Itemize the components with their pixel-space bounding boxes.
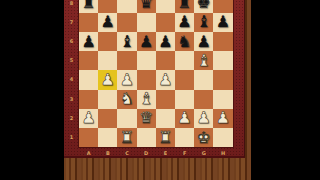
square-c2[interactable] xyxy=(117,109,136,128)
rank-label-8: 8 xyxy=(64,0,79,13)
square-a6[interactable]: ♟ xyxy=(79,32,98,51)
square-c6[interactable]: ♝ xyxy=(117,32,136,51)
rank-label-1: 1 xyxy=(64,128,79,147)
black-bishop[interactable]: ♝ xyxy=(197,14,211,30)
rank-label-2: 2 xyxy=(64,109,79,128)
black-pawn[interactable]: ♟ xyxy=(197,33,211,49)
square-g3[interactable] xyxy=(194,90,213,109)
file-label-b: B xyxy=(98,149,117,158)
square-f7[interactable]: ♟ xyxy=(175,13,194,32)
square-g7[interactable]: ♝ xyxy=(194,13,213,32)
white-knight[interactable]: ♞ xyxy=(120,91,134,107)
square-f8[interactable]: ♜ xyxy=(175,0,194,13)
file-label-d: D xyxy=(137,149,156,158)
square-f5[interactable] xyxy=(175,51,194,70)
square-b5[interactable] xyxy=(98,51,117,70)
square-f1[interactable] xyxy=(175,128,194,147)
white-king[interactable]: ♚ xyxy=(197,129,211,145)
square-e5[interactable] xyxy=(156,51,175,70)
square-g6[interactable]: ♟ xyxy=(194,32,213,51)
black-pawn[interactable]: ♟ xyxy=(158,33,172,49)
white-pawn[interactable]: ♟ xyxy=(101,71,115,87)
square-f4[interactable] xyxy=(175,70,194,89)
black-bishop[interactable]: ♝ xyxy=(120,33,134,49)
square-e7[interactable] xyxy=(156,13,175,32)
square-f3[interactable] xyxy=(175,90,194,109)
black-queen[interactable]: ♛ xyxy=(139,0,153,11)
black-knight[interactable]: ♞ xyxy=(177,33,191,49)
square-d5[interactable] xyxy=(137,51,156,70)
square-e1[interactable]: ♜ xyxy=(156,128,175,147)
white-pawn[interactable]: ♟ xyxy=(177,110,191,126)
white-bishop[interactable]: ♝ xyxy=(197,52,211,68)
square-b1[interactable] xyxy=(98,128,117,147)
square-b3[interactable] xyxy=(98,90,117,109)
square-a8[interactable]: ♜ xyxy=(79,0,98,13)
square-b8[interactable] xyxy=(98,0,117,13)
square-b4[interactable]: ♟ xyxy=(98,70,117,89)
black-pawn[interactable]: ♟ xyxy=(101,14,115,30)
square-e4[interactable]: ♟ xyxy=(156,70,175,89)
square-a1[interactable] xyxy=(79,128,98,147)
square-e2[interactable] xyxy=(156,109,175,128)
white-pawn[interactable]: ♟ xyxy=(81,110,95,126)
square-a5[interactable] xyxy=(79,51,98,70)
square-d7[interactable] xyxy=(137,13,156,32)
square-d8[interactable]: ♛ xyxy=(137,0,156,13)
square-d6[interactable]: ♟ xyxy=(137,32,156,51)
square-c3[interactable]: ♞ xyxy=(117,90,136,109)
square-h6[interactable] xyxy=(213,32,232,51)
file-label-h: H xyxy=(213,149,232,158)
rank-label-3: 3 xyxy=(64,90,79,109)
square-h4[interactable] xyxy=(213,70,232,89)
black-pawn[interactable]: ♟ xyxy=(177,14,191,30)
white-rook[interactable]: ♜ xyxy=(120,129,134,145)
square-g4[interactable] xyxy=(194,70,213,89)
white-rook[interactable]: ♜ xyxy=(158,129,172,145)
square-h5[interactable] xyxy=(213,51,232,70)
square-c1[interactable]: ♜ xyxy=(117,128,136,147)
file-label-a: A xyxy=(79,149,98,158)
white-pawn[interactable]: ♟ xyxy=(120,71,134,87)
square-a2[interactable]: ♟ xyxy=(79,109,98,128)
white-queen[interactable]: ♛ xyxy=(139,110,153,126)
black-rook[interactable]: ♜ xyxy=(81,0,95,11)
square-e8[interactable] xyxy=(156,0,175,13)
square-f2[interactable]: ♟ xyxy=(175,109,194,128)
black-pawn[interactable]: ♟ xyxy=(216,14,230,30)
square-e6[interactable]: ♟ xyxy=(156,32,175,51)
rank-label-7: 7 xyxy=(64,13,79,32)
square-b7[interactable]: ♟ xyxy=(98,13,117,32)
square-c5[interactable] xyxy=(117,51,136,70)
file-label-g: G xyxy=(194,149,213,158)
square-b6[interactable] xyxy=(98,32,117,51)
square-d1[interactable] xyxy=(137,128,156,147)
file-label-c: C xyxy=(117,149,136,158)
rank-label-5: 5 xyxy=(64,51,79,70)
square-g2[interactable]: ♟ xyxy=(194,109,213,128)
rank-label-6: 6 xyxy=(64,32,79,51)
white-pawn[interactable]: ♟ xyxy=(216,110,230,126)
rank-label-4: 4 xyxy=(64,70,79,89)
square-g8[interactable]: ♚ xyxy=(194,0,213,13)
square-f6[interactable]: ♞ xyxy=(175,32,194,51)
square-d2[interactable]: ♛ xyxy=(137,109,156,128)
square-c7[interactable] xyxy=(117,13,136,32)
letterbox-background: ♜♛♜♚♟♟♝♟♟♝♟♟♞♟♝♟♟♟♞♝♟♛♟♟♟♜♜♚ 87654321ABC… xyxy=(0,0,320,180)
square-h3[interactable] xyxy=(213,90,232,109)
square-a7[interactable] xyxy=(79,13,98,32)
black-pawn[interactable]: ♟ xyxy=(139,33,153,49)
square-h1[interactable] xyxy=(213,128,232,147)
square-g5[interactable]: ♝ xyxy=(194,51,213,70)
square-b2[interactable] xyxy=(98,109,117,128)
black-rook[interactable]: ♜ xyxy=(177,0,191,11)
file-label-f: F xyxy=(175,149,194,158)
white-pawn[interactable]: ♟ xyxy=(158,71,172,87)
black-king[interactable]: ♚ xyxy=(197,0,211,11)
black-pawn[interactable]: ♟ xyxy=(81,33,95,49)
file-label-e: E xyxy=(156,149,175,158)
white-pawn[interactable]: ♟ xyxy=(197,110,211,126)
square-h8[interactable] xyxy=(213,0,232,13)
square-d3[interactable]: ♝ xyxy=(137,90,156,109)
chess-board: ♜♛♜♚♟♟♝♟♟♝♟♟♞♟♝♟♟♟♞♝♟♛♟♟♟♜♜♚ xyxy=(79,0,233,147)
square-e3[interactable] xyxy=(156,90,175,109)
square-c4[interactable]: ♟ xyxy=(117,70,136,89)
square-d4[interactable] xyxy=(137,70,156,89)
square-a3[interactable] xyxy=(79,90,98,109)
square-a4[interactable] xyxy=(79,70,98,89)
square-h7[interactable]: ♟ xyxy=(213,13,232,32)
square-g1[interactable]: ♚ xyxy=(194,128,213,147)
white-bishop[interactable]: ♝ xyxy=(139,91,153,107)
square-h2[interactable]: ♟ xyxy=(213,109,232,128)
square-c8[interactable] xyxy=(117,0,136,13)
